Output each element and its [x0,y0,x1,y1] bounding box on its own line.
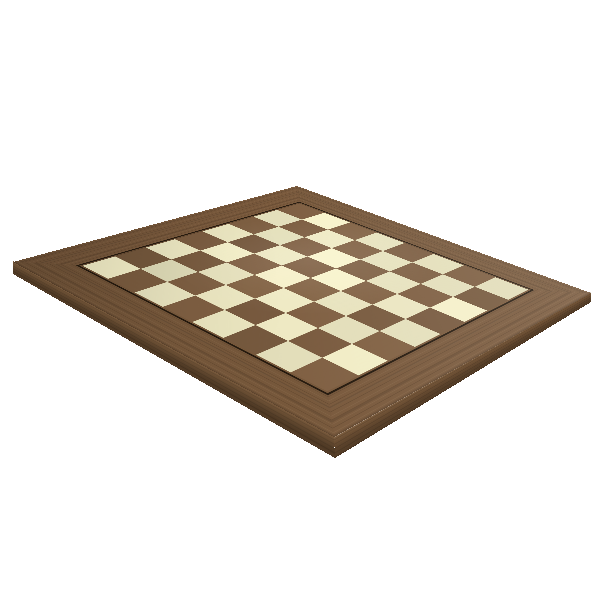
chess-board-scene [0,0,600,600]
product-photo [0,0,600,600]
